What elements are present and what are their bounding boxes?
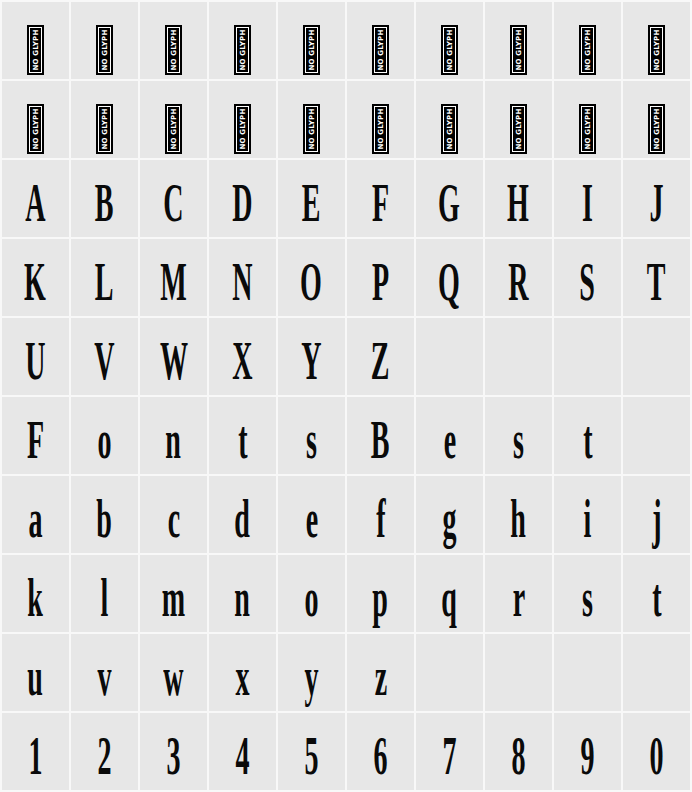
- noglyph-label: NO GLYPH: [308, 108, 316, 149]
- noglyph-cell-r1c5: NO GLYPH: [278, 2, 345, 79]
- glyph-cell-r10c2: 2: [71, 713, 138, 790]
- glyph-cell-r10c5: 5: [278, 713, 345, 790]
- noglyph-label: NO GLYPH: [653, 29, 661, 70]
- glyph-cell-r3c9: I: [554, 160, 621, 237]
- glyph-char: O: [301, 255, 323, 316]
- glyph-char: f: [376, 492, 385, 553]
- noglyph-cell-r2c4: NO GLYPH: [209, 81, 276, 158]
- glyph-char: F: [27, 413, 44, 474]
- noglyph-cell-r1c3: NO GLYPH: [140, 2, 207, 79]
- glyph-cell-r4c4: N: [209, 239, 276, 316]
- glyph-char: L: [95, 255, 114, 316]
- noglyph-cell-r2c5: NO GLYPH: [278, 81, 345, 158]
- glyph-char: C: [163, 176, 183, 237]
- glyph-cell-r4c10: T: [623, 239, 690, 316]
- glyph-cell-r8c3: m: [140, 555, 207, 632]
- glyph-char: x: [235, 650, 249, 711]
- noglyph-box: NO GLYPH: [236, 106, 249, 152]
- glyph-cell-r9c3: w: [140, 634, 207, 711]
- glyph-cell-r8c5: o: [278, 555, 345, 632]
- glyph-char: p: [373, 571, 389, 632]
- noglyph-cell-r1c8: NO GLYPH: [485, 2, 552, 79]
- noglyph-box: NO GLYPH: [98, 27, 111, 73]
- noglyph-label: NO GLYPH: [101, 108, 109, 149]
- glyph-cell-r7c10: j: [623, 476, 690, 553]
- noglyph-box: NO GLYPH: [305, 106, 318, 152]
- glyph-char: z: [374, 650, 386, 711]
- noglyph-cell-r1c2: NO GLYPH: [71, 2, 138, 79]
- glyph-cell-r8c10: t: [623, 555, 690, 632]
- glyph-cell-r10c6: 6: [347, 713, 414, 790]
- glyph-cell-r10c10: 0: [623, 713, 690, 790]
- glyph-char: b: [97, 492, 113, 553]
- glyph-char: 6: [373, 729, 387, 790]
- glyph-cell-r4c9: S: [554, 239, 621, 316]
- noglyph-label: NO GLYPH: [515, 108, 523, 149]
- noglyph-box: NO GLYPH: [512, 27, 525, 73]
- noglyph-box: NO GLYPH: [29, 27, 42, 73]
- glyph-cell-r3c4: D: [209, 160, 276, 237]
- glyph-cell-r8c7: q: [416, 555, 483, 632]
- glyph-cell-r9c6: z: [347, 634, 414, 711]
- empty-cell-r6c10: [623, 397, 690, 474]
- noglyph-box: NO GLYPH: [443, 27, 456, 73]
- noglyph-label: NO GLYPH: [446, 108, 454, 149]
- noglyph-cell-r2c8: NO GLYPH: [485, 81, 552, 158]
- glyph-cell-r9c5: y: [278, 634, 345, 711]
- noglyph-box: NO GLYPH: [236, 27, 249, 73]
- glyph-cell-r7c7: g: [416, 476, 483, 553]
- glyph-char: R: [508, 255, 528, 316]
- glyph-char: n: [235, 571, 251, 632]
- noglyph-label: NO GLYPH: [32, 29, 40, 70]
- noglyph-cell-r1c10: NO GLYPH: [623, 2, 690, 79]
- glyph-char: 1: [28, 729, 42, 790]
- glyph-cell-r4c7: Q: [416, 239, 483, 316]
- glyph-char: H: [508, 176, 530, 237]
- glyph-char: o: [97, 413, 111, 474]
- noglyph-cell-r1c7: NO GLYPH: [416, 2, 483, 79]
- glyph-cell-r9c4: x: [209, 634, 276, 711]
- noglyph-cell-r2c1: NO GLYPH: [2, 81, 69, 158]
- glyph-char: q: [442, 571, 458, 632]
- glyph-char: a: [28, 492, 42, 553]
- glyph-char: T: [647, 255, 666, 316]
- glyph-cell-r6c9: t: [554, 397, 621, 474]
- glyph-char: r: [512, 571, 524, 632]
- noglyph-box: NO GLYPH: [374, 106, 387, 152]
- glyph-char: A: [25, 176, 45, 237]
- glyph-cell-r8c9: s: [554, 555, 621, 632]
- glyph-char: J: [649, 176, 663, 237]
- empty-cell-r9c10: [623, 634, 690, 711]
- noglyph-cell-r2c6: NO GLYPH: [347, 81, 414, 158]
- glyph-char: m: [162, 571, 185, 632]
- glyph-cell-r7c6: f: [347, 476, 414, 553]
- noglyph-cell-r2c10: NO GLYPH: [623, 81, 690, 158]
- glyph-cell-r3c7: G: [416, 160, 483, 237]
- glyph-char: s: [306, 413, 317, 474]
- glyph-cell-r7c9: i: [554, 476, 621, 553]
- glyph-cell-r10c1: 1: [2, 713, 69, 790]
- glyph-cell-r3c10: J: [623, 160, 690, 237]
- glyph-cell-r4c6: P: [347, 239, 414, 316]
- glyph-char: I: [582, 176, 593, 237]
- noglyph-label: NO GLYPH: [584, 29, 592, 70]
- noglyph-box: NO GLYPH: [167, 106, 180, 152]
- glyph-cell-r8c1: k: [2, 555, 69, 632]
- glyph-char: Y: [301, 334, 321, 395]
- glyph-char: Q: [439, 255, 461, 316]
- glyph-cell-r6c7: e: [416, 397, 483, 474]
- glyph-char: t: [238, 413, 247, 474]
- noglyph-box: NO GLYPH: [650, 106, 663, 152]
- glyph-char: t: [583, 413, 592, 474]
- noglyph-cell-r1c1: NO GLYPH: [2, 2, 69, 79]
- glyph-cell-r6c5: s: [278, 397, 345, 474]
- glyph-char: e: [443, 413, 455, 474]
- glyph-cell-r9c1: u: [2, 634, 69, 711]
- empty-cell-r5c10: [623, 318, 690, 395]
- noglyph-cell-r2c3: NO GLYPH: [140, 81, 207, 158]
- glyph-char: s: [582, 571, 593, 632]
- glyph-char: D: [232, 176, 252, 237]
- noglyph-box: NO GLYPH: [512, 106, 525, 152]
- glyph-char: 9: [580, 729, 594, 790]
- empty-cell-r5c9: [554, 318, 621, 395]
- glyph-char: B: [95, 176, 114, 237]
- noglyph-label: NO GLYPH: [308, 29, 316, 70]
- glyph-char: i: [584, 492, 592, 553]
- glyph-cell-r3c5: E: [278, 160, 345, 237]
- glyph-char: g: [442, 492, 456, 553]
- glyph-char: k: [28, 571, 44, 632]
- noglyph-label: NO GLYPH: [377, 108, 385, 149]
- empty-cell-r9c7: [416, 634, 483, 711]
- empty-cell-r5c8: [485, 318, 552, 395]
- glyph-cell-r3c6: F: [347, 160, 414, 237]
- glyph-char: j: [652, 492, 661, 553]
- glyph-cell-r3c8: H: [485, 160, 552, 237]
- empty-cell-r9c8: [485, 634, 552, 711]
- glyph-cell-r5c3: W: [140, 318, 207, 395]
- empty-cell-r9c9: [554, 634, 621, 711]
- glyph-cell-r8c8: r: [485, 555, 552, 632]
- glyph-cell-r4c2: L: [71, 239, 138, 316]
- glyph-cell-r6c4: t: [209, 397, 276, 474]
- glyph-cell-r5c2: V: [71, 318, 138, 395]
- noglyph-box: NO GLYPH: [650, 27, 663, 73]
- noglyph-box: NO GLYPH: [374, 27, 387, 73]
- glyph-char: 5: [304, 729, 318, 790]
- noglyph-label: NO GLYPH: [170, 29, 178, 70]
- glyph-cell-r10c9: 9: [554, 713, 621, 790]
- glyph-char: o: [304, 571, 318, 632]
- glyph-cell-r10c4: 4: [209, 713, 276, 790]
- glyph-cell-r5c1: U: [2, 318, 69, 395]
- noglyph-label: NO GLYPH: [101, 29, 109, 70]
- glyph-char: u: [28, 650, 44, 711]
- glyph-char: w: [163, 650, 183, 711]
- glyph-cell-r3c2: B: [71, 160, 138, 237]
- glyph-char: s: [513, 413, 524, 474]
- glyph-char: c: [167, 492, 179, 553]
- glyph-char: t: [652, 571, 661, 632]
- glyph-char: e: [305, 492, 317, 553]
- glyph-char: P: [372, 255, 389, 316]
- glyph-grid: NO GLYPHNO GLYPHNO GLYPHNO GLYPHNO GLYPH…: [0, 0, 692, 792]
- glyph-cell-r8c4: n: [209, 555, 276, 632]
- glyph-char: 3: [166, 729, 180, 790]
- noglyph-label: NO GLYPH: [32, 108, 40, 149]
- glyph-char: W: [159, 334, 187, 395]
- noglyph-box: NO GLYPH: [581, 27, 594, 73]
- glyph-char: y: [304, 650, 318, 711]
- glyph-cell-r6c1: F: [2, 397, 69, 474]
- glyph-char: n: [166, 413, 182, 474]
- glyph-char: l: [101, 571, 109, 632]
- noglyph-box: NO GLYPH: [305, 27, 318, 73]
- glyph-char: 4: [235, 729, 249, 790]
- glyph-cell-r4c1: K: [2, 239, 69, 316]
- noglyph-box: NO GLYPH: [29, 106, 42, 152]
- glyph-char: 0: [649, 729, 663, 790]
- noglyph-label: NO GLYPH: [584, 108, 592, 149]
- noglyph-cell-r2c9: NO GLYPH: [554, 81, 621, 158]
- glyph-char: U: [25, 334, 45, 395]
- glyph-char: 7: [442, 729, 456, 790]
- glyph-cell-r7c1: a: [2, 476, 69, 553]
- glyph-cell-r9c2: v: [71, 634, 138, 711]
- noglyph-cell-r1c6: NO GLYPH: [347, 2, 414, 79]
- noglyph-cell-r2c2: NO GLYPH: [71, 81, 138, 158]
- glyph-cell-r5c4: X: [209, 318, 276, 395]
- glyph-cell-r8c2: l: [71, 555, 138, 632]
- glyph-char: 2: [97, 729, 111, 790]
- glyph-char: h: [511, 492, 527, 553]
- glyph-cell-r7c2: b: [71, 476, 138, 553]
- glyph-cell-r8c6: p: [347, 555, 414, 632]
- glyph-char: N: [232, 255, 252, 316]
- glyph-cell-r4c8: R: [485, 239, 552, 316]
- glyph-cell-r5c6: Z: [347, 318, 414, 395]
- glyph-cell-r3c1: A: [2, 160, 69, 237]
- glyph-char: K: [25, 255, 47, 316]
- glyph-cell-r10c7: 7: [416, 713, 483, 790]
- glyph-char: Z: [371, 334, 390, 395]
- glyph-cell-r6c2: o: [71, 397, 138, 474]
- noglyph-cell-r1c9: NO GLYPH: [554, 2, 621, 79]
- glyph-cell-r6c6: B: [347, 397, 414, 474]
- glyph-char: F: [372, 176, 389, 237]
- glyph-char: S: [580, 255, 596, 316]
- noglyph-cell-r1c4: NO GLYPH: [209, 2, 276, 79]
- glyph-cell-r4c5: O: [278, 239, 345, 316]
- glyph-char: B: [371, 413, 390, 474]
- noglyph-label: NO GLYPH: [239, 108, 247, 149]
- noglyph-box: NO GLYPH: [98, 106, 111, 152]
- glyph-cell-r7c5: e: [278, 476, 345, 553]
- noglyph-cell-r2c7: NO GLYPH: [416, 81, 483, 158]
- noglyph-label: NO GLYPH: [377, 29, 385, 70]
- glyph-cell-r4c3: M: [140, 239, 207, 316]
- noglyph-box: NO GLYPH: [443, 106, 456, 152]
- noglyph-box: NO GLYPH: [167, 27, 180, 73]
- noglyph-label: NO GLYPH: [239, 29, 247, 70]
- noglyph-label: NO GLYPH: [653, 108, 661, 149]
- glyph-char: d: [235, 492, 251, 553]
- glyph-cell-r6c8: s: [485, 397, 552, 474]
- glyph-char: v: [97, 650, 111, 711]
- glyph-char: 8: [511, 729, 525, 790]
- empty-cell-r5c7: [416, 318, 483, 395]
- glyph-cell-r3c3: C: [140, 160, 207, 237]
- glyph-cell-r5c5: Y: [278, 318, 345, 395]
- glyph-char: M: [160, 255, 187, 316]
- glyph-char: G: [439, 176, 461, 237]
- glyph-cell-r10c3: 3: [140, 713, 207, 790]
- noglyph-label: NO GLYPH: [170, 108, 178, 149]
- noglyph-label: NO GLYPH: [515, 29, 523, 70]
- glyph-cell-r7c8: h: [485, 476, 552, 553]
- glyph-cell-r7c4: d: [209, 476, 276, 553]
- glyph-cell-r10c8: 8: [485, 713, 552, 790]
- glyph-cell-r7c3: c: [140, 476, 207, 553]
- glyph-char: X: [232, 334, 252, 395]
- glyph-char: V: [94, 334, 114, 395]
- glyph-cell-r6c3: n: [140, 397, 207, 474]
- noglyph-label: NO GLYPH: [446, 29, 454, 70]
- glyph-char: E: [302, 176, 321, 237]
- noglyph-box: NO GLYPH: [581, 106, 594, 152]
